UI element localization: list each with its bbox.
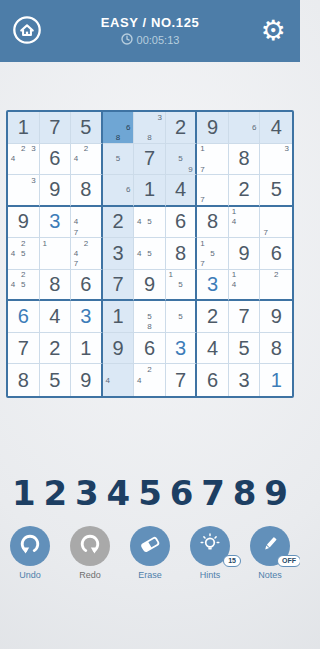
cell-r9c5[interactable]: 24: [134, 364, 166, 396]
cell-r2c3[interactable]: 24: [71, 144, 103, 176]
cell-r7c1[interactable]: 6: [8, 301, 40, 333]
home-button[interactable]: [10, 14, 44, 48]
cell-r8c7[interactable]: 4: [197, 333, 229, 365]
cell-r7c6[interactable]: 5: [166, 301, 198, 333]
cell-r8c6[interactable]: 3: [166, 333, 198, 365]
header: EASY / NO.125 00:05:13 ⚙︎: [0, 0, 300, 62]
cell-r4c5[interactable]: 45: [134, 207, 166, 239]
cell-r7c9[interactable]: 9: [260, 301, 292, 333]
controls-bar: UndoRedoErase15HintsOFFNotes: [0, 526, 300, 580]
erase-label: Erase: [138, 570, 162, 580]
pencil-notes: 68: [103, 112, 134, 143]
cell-r9c9[interactable]: 1: [260, 364, 292, 396]
eraser-icon: [138, 532, 162, 560]
cell-r4c7[interactable]: 8: [197, 207, 229, 239]
number-pad: 123456789: [0, 476, 300, 510]
notes-badge: OFF: [277, 555, 300, 567]
sudoku-board: 1756838296423462457591783398614725934724…: [6, 110, 294, 398]
pencil-notes: 45: [134, 238, 165, 269]
cell-r2c7[interactable]: 17: [197, 144, 229, 176]
cell-r4c8[interactable]: 14: [229, 207, 261, 239]
undo-arrow-icon: [18, 532, 42, 560]
cell-r4c6[interactable]: 6: [166, 207, 198, 239]
cell-r8c9[interactable]: 8: [260, 333, 292, 365]
cell-r1c9[interactable]: 4: [260, 112, 292, 144]
numpad-5[interactable]: 5: [138, 476, 162, 510]
cell-r5c7[interactable]: 157: [197, 238, 229, 270]
cell-r2c1[interactable]: 234: [8, 144, 40, 176]
cell-r8c1[interactable]: 7: [8, 333, 40, 365]
cell-r8c5[interactable]: 6: [134, 333, 166, 365]
pencil-notes: 234: [8, 144, 39, 175]
settings-button[interactable]: ⚙︎: [256, 14, 290, 48]
pencil-notes: 245: [8, 270, 39, 300]
cell-r5c2[interactable]: 1: [40, 238, 72, 270]
cell-r5c5[interactable]: 45: [134, 238, 166, 270]
numpad-7[interactable]: 7: [201, 476, 225, 510]
cell-r2c9[interactable]: 3: [260, 144, 292, 176]
undo-button[interactable]: Undo: [0, 526, 60, 580]
cell-r5c6[interactable]: 8: [166, 238, 198, 270]
pencil-notes: 5: [166, 301, 196, 332]
pencil-notes: 47: [71, 207, 101, 238]
cell-r6c6[interactable]: 15: [166, 270, 198, 302]
cell-r6c8[interactable]: 14: [229, 270, 261, 302]
numpad-8[interactable]: 8: [233, 476, 257, 510]
pencil-notes: 59: [166, 144, 196, 175]
cell-r9c4[interactable]: 4: [103, 364, 135, 396]
cell-r3c5[interactable]: 1: [134, 175, 166, 207]
cell-r9c8[interactable]: 3: [229, 364, 261, 396]
cell-r9c3[interactable]: 9: [71, 364, 103, 396]
cell-r5c8[interactable]: 9: [229, 238, 261, 270]
redo-label: Redo: [79, 570, 101, 580]
cell-r8c8[interactable]: 5: [229, 333, 261, 365]
hints-label: Hints: [200, 570, 221, 580]
cell-r3c6[interactable]: 4: [166, 175, 198, 207]
pencil-notes: 14: [229, 270, 260, 300]
cell-r4c2[interactable]: 3: [40, 207, 72, 239]
hints-badge: 15: [223, 555, 241, 567]
timer: 00:05:13: [137, 34, 180, 46]
cell-r1c2[interactable]: 7: [40, 112, 72, 144]
numpad-2[interactable]: 2: [44, 476, 68, 510]
home-icon: [12, 15, 42, 48]
pencil-notes: 247: [71, 238, 101, 269]
pencil-notes: 45: [134, 207, 165, 238]
cell-r1c7[interactable]: 9: [197, 112, 229, 144]
cell-r1c1[interactable]: 1: [8, 112, 40, 144]
cell-r3c9[interactable]: 5: [260, 175, 292, 207]
pencil-notes: 1: [40, 238, 71, 269]
cell-r9c7[interactable]: 6: [197, 364, 229, 396]
page-title: EASY / NO.125: [44, 15, 256, 30]
pencil-notes: 6: [229, 112, 260, 143]
cell-r6c3[interactable]: 6: [71, 270, 103, 302]
pencil-notes: 24: [71, 144, 101, 175]
pencil-notes: 7: [260, 207, 292, 238]
pencil-notes: 2: [260, 270, 292, 300]
clock-icon: [121, 33, 133, 47]
cell-r4c4[interactable]: 2: [103, 207, 135, 239]
undo-label: Undo: [19, 570, 41, 580]
cell-r7c7[interactable]: 2: [197, 301, 229, 333]
lightbulb-icon: [198, 532, 222, 560]
cell-r8c3[interactable]: 1: [71, 333, 103, 365]
pencil-notes: 157: [197, 238, 228, 269]
cell-r6c4[interactable]: 7: [103, 270, 135, 302]
cell-r3c7[interactable]: 7: [197, 175, 229, 207]
cell-r1c6[interactable]: 2: [166, 112, 198, 144]
redo-button[interactable]: Redo: [60, 526, 120, 580]
cell-r6c7[interactable]: 3: [197, 270, 229, 302]
cell-r6c9[interactable]: 2: [260, 270, 292, 302]
cell-r1c5[interactable]: 38: [134, 112, 166, 144]
cell-r2c8[interactable]: 8: [229, 144, 261, 176]
numpad-3[interactable]: 3: [75, 476, 99, 510]
cell-r3c3[interactable]: 8: [71, 175, 103, 207]
pencil-notes: 58: [134, 301, 165, 332]
cell-r5c3[interactable]: 247: [71, 238, 103, 270]
numpad-6[interactable]: 6: [170, 476, 194, 510]
cell-r7c2[interactable]: 4: [40, 301, 72, 333]
gear-icon: ⚙︎: [260, 17, 285, 45]
pencil-notes: 24: [134, 364, 165, 396]
pencil-notes: 245: [8, 238, 39, 269]
pencil-notes: 7: [197, 175, 228, 205]
cell-r5c1[interactable]: 245: [8, 238, 40, 270]
cell-r7c8[interactable]: 7: [229, 301, 261, 333]
pencil-notes: 17: [197, 144, 228, 175]
hints-button[interactable]: 15Hints: [180, 526, 240, 580]
cell-r9c2[interactable]: 5: [40, 364, 72, 396]
cell-r3c2[interactable]: 9: [40, 175, 72, 207]
cell-r5c9[interactable]: 6: [260, 238, 292, 270]
cell-r2c6[interactable]: 59: [166, 144, 198, 176]
cell-r3c1[interactable]: 3: [8, 175, 40, 207]
numpad-1[interactable]: 1: [12, 476, 36, 510]
cell-r8c2[interactable]: 2: [40, 333, 72, 365]
cell-r3c4[interactable]: 6: [103, 175, 135, 207]
cell-r9c6[interactable]: 7: [166, 364, 198, 396]
cell-r1c4[interactable]: 68: [103, 112, 135, 144]
pencil-notes: 3: [260, 144, 292, 175]
cell-r4c1[interactable]: 9: [8, 207, 40, 239]
pencil-notes: 5: [103, 144, 134, 175]
numpad-9[interactable]: 9: [264, 476, 288, 510]
cell-r6c5[interactable]: 9: [134, 270, 166, 302]
cell-r5c4[interactable]: 3: [103, 238, 135, 270]
cell-r8c4[interactable]: 9: [103, 333, 135, 365]
cell-r7c5[interactable]: 58: [134, 301, 166, 333]
cell-r6c2[interactable]: 8: [40, 270, 72, 302]
redo-arrow-icon: [78, 532, 102, 560]
cell-r7c4[interactable]: 1: [103, 301, 135, 333]
cell-r4c9[interactable]: 7: [260, 207, 292, 239]
pencil-notes: 3: [8, 175, 39, 205]
pencil-notes: 6: [103, 175, 134, 205]
cell-r2c2[interactable]: 6: [40, 144, 72, 176]
cell-r2c4[interactable]: 5: [103, 144, 135, 176]
notes-label: Notes: [258, 570, 282, 580]
cell-r6c1[interactable]: 245: [8, 270, 40, 302]
cell-r1c3[interactable]: 5: [71, 112, 103, 144]
numpad-4[interactable]: 4: [107, 476, 131, 510]
cell-r7c3[interactable]: 3: [71, 301, 103, 333]
cell-r4c3[interactable]: 47: [71, 207, 103, 239]
cell-r1c8[interactable]: 6: [229, 112, 261, 144]
cell-r2c5[interactable]: 7: [134, 144, 166, 176]
pencil-notes: 14: [229, 207, 260, 238]
cell-r9c1[interactable]: 8: [8, 364, 40, 396]
pencil-notes: 4: [103, 364, 134, 396]
erase-button[interactable]: Erase: [120, 526, 180, 580]
pencil-notes: 15: [166, 270, 196, 300]
notes-button[interactable]: OFFNotes: [240, 526, 300, 580]
pencil-notes: 38: [134, 112, 165, 143]
cell-r3c8[interactable]: 2: [229, 175, 261, 207]
